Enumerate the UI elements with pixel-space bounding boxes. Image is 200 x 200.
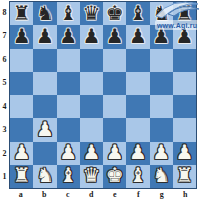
- file-label-c: c: [56, 189, 80, 200]
- square-g2[interactable]: ♟: [150, 142, 173, 165]
- square-f5[interactable]: [126, 72, 149, 95]
- chess-diagram: 87654321 ♜♞♝♛♚♝♞♜♟♟♟♟♟♟♟♟♟♟♟♟♟♟♟♟♜♞♝♛♚♝♞…: [0, 0, 200, 200]
- piece-white-pawn[interactable]: ♟: [59, 142, 77, 162]
- piece-white-bishop[interactable]: ♝: [59, 165, 77, 185]
- square-h4[interactable]: [173, 95, 196, 118]
- square-c8[interactable]: ♝: [57, 2, 80, 25]
- rank-labels: 87654321: [0, 1, 9, 189]
- piece-white-rook[interactable]: ♜: [175, 165, 193, 185]
- square-a7[interactable]: ♟: [10, 25, 33, 48]
- piece-white-bishop[interactable]: ♝: [129, 165, 147, 185]
- piece-black-knight[interactable]: ♞: [152, 3, 170, 23]
- square-g5[interactable]: [150, 72, 173, 95]
- piece-white-pawn[interactable]: ♟: [152, 142, 170, 162]
- square-d8[interactable]: ♛: [80, 2, 103, 25]
- rank-label-4: 4: [0, 95, 9, 119]
- square-g8[interactable]: ♞: [150, 2, 173, 25]
- square-h7[interactable]: ♟: [173, 25, 196, 48]
- piece-white-pawn[interactable]: ♟: [13, 142, 31, 162]
- piece-white-king[interactable]: ♚: [106, 165, 124, 185]
- piece-white-knight[interactable]: ♞: [152, 165, 170, 185]
- square-a2[interactable]: ♟: [10, 142, 33, 165]
- square-e6[interactable]: [103, 49, 126, 72]
- square-e2[interactable]: ♟: [103, 142, 126, 165]
- square-d6[interactable]: [80, 49, 103, 72]
- square-c6[interactable]: [57, 49, 80, 72]
- square-e3[interactable]: [103, 118, 126, 141]
- piece-white-rook[interactable]: ♜: [13, 165, 31, 185]
- square-f8[interactable]: ♝: [126, 2, 149, 25]
- square-e4[interactable]: [103, 95, 126, 118]
- square-b1[interactable]: ♞: [33, 165, 56, 188]
- square-b8[interactable]: ♞: [33, 2, 56, 25]
- square-h5[interactable]: [173, 72, 196, 95]
- rank-label-8: 8: [0, 1, 9, 25]
- square-c2[interactable]: ♟: [57, 142, 80, 165]
- square-b4[interactable]: [33, 95, 56, 118]
- file-label-f: f: [127, 189, 151, 200]
- square-g3[interactable]: [150, 118, 173, 141]
- piece-black-pawn[interactable]: ♟: [13, 26, 31, 46]
- square-b5[interactable]: [33, 72, 56, 95]
- piece-black-queen[interactable]: ♛: [82, 3, 100, 23]
- piece-black-bishop[interactable]: ♝: [59, 3, 77, 23]
- file-label-g: g: [150, 189, 174, 200]
- square-h3[interactable]: [173, 118, 196, 141]
- piece-white-pawn[interactable]: ♟: [175, 142, 193, 162]
- square-h1[interactable]: ♜: [173, 165, 196, 188]
- square-e5[interactable]: [103, 72, 126, 95]
- square-d4[interactable]: [80, 95, 103, 118]
- square-e7[interactable]: ♟: [103, 25, 126, 48]
- square-f4[interactable]: [126, 95, 149, 118]
- piece-black-king[interactable]: ♚: [106, 3, 124, 23]
- square-f2[interactable]: ♟: [126, 142, 149, 165]
- square-b6[interactable]: [33, 49, 56, 72]
- square-a1[interactable]: ♜: [10, 165, 33, 188]
- piece-white-queen[interactable]: ♛: [82, 165, 100, 185]
- piece-black-pawn[interactable]: ♟: [59, 26, 77, 46]
- piece-black-bishop[interactable]: ♝: [129, 3, 147, 23]
- square-b2[interactable]: [33, 142, 56, 165]
- rank-label-6: 6: [0, 48, 9, 72]
- piece-white-pawn[interactable]: ♟: [106, 142, 124, 162]
- square-c4[interactable]: [57, 95, 80, 118]
- square-c5[interactable]: [57, 72, 80, 95]
- square-d1[interactable]: ♛: [80, 165, 103, 188]
- file-labels: abcdefgh: [9, 189, 197, 200]
- file-label-a: a: [9, 189, 33, 200]
- piece-black-pawn[interactable]: ♟: [152, 26, 170, 46]
- piece-black-pawn[interactable]: ♟: [106, 26, 124, 46]
- square-g7[interactable]: ♟: [150, 25, 173, 48]
- square-a6[interactable]: [10, 49, 33, 72]
- rank-label-2: 2: [0, 142, 9, 166]
- square-h2[interactable]: ♟: [173, 142, 196, 165]
- file-label-e: e: [103, 189, 127, 200]
- rank-label-7: 7: [0, 25, 9, 49]
- square-a5[interactable]: [10, 72, 33, 95]
- piece-black-pawn[interactable]: ♟: [82, 26, 100, 46]
- piece-white-pawn[interactable]: ♟: [82, 142, 100, 162]
- square-d3[interactable]: [80, 118, 103, 141]
- square-d2[interactable]: ♟: [80, 142, 103, 165]
- piece-black-rook[interactable]: ♜: [175, 3, 193, 23]
- square-f6[interactable]: [126, 49, 149, 72]
- square-c1[interactable]: ♝: [57, 165, 80, 188]
- piece-black-pawn[interactable]: ♟: [175, 26, 193, 46]
- square-h8[interactable]: ♜: [173, 2, 196, 25]
- square-h6[interactable]: [173, 49, 196, 72]
- square-c3[interactable]: [57, 118, 80, 141]
- piece-black-rook[interactable]: ♜: [13, 3, 31, 23]
- file-label-d: d: [80, 189, 104, 200]
- square-d5[interactable]: [80, 72, 103, 95]
- piece-black-knight[interactable]: ♞: [36, 3, 54, 23]
- square-a3[interactable]: [10, 118, 33, 141]
- rank-label-5: 5: [0, 72, 9, 96]
- square-g4[interactable]: [150, 95, 173, 118]
- square-e8[interactable]: ♚: [103, 2, 126, 25]
- piece-black-pawn[interactable]: ♟: [36, 26, 54, 46]
- file-label-b: b: [33, 189, 57, 200]
- square-f7[interactable]: ♟: [126, 25, 149, 48]
- square-c7[interactable]: ♟: [57, 25, 80, 48]
- chess-board: ♜♞♝♛♚♝♞♜♟♟♟♟♟♟♟♟♟♟♟♟♟♟♟♟♜♞♝♛♚♝♞♜: [9, 1, 197, 189]
- piece-white-pawn[interactable]: ♟: [129, 142, 147, 162]
- square-b3[interactable]: ♟: [33, 118, 56, 141]
- rank-label-3: 3: [0, 119, 9, 143]
- square-a8[interactable]: ♜: [10, 2, 33, 25]
- piece-black-pawn[interactable]: ♟: [129, 26, 147, 46]
- rank-label-1: 1: [0, 166, 9, 190]
- square-f1[interactable]: ♝: [126, 165, 149, 188]
- square-f3[interactable]: [126, 118, 149, 141]
- square-b7[interactable]: ♟: [33, 25, 56, 48]
- square-g6[interactable]: [150, 49, 173, 72]
- square-d7[interactable]: ♟: [80, 25, 103, 48]
- file-label-h: h: [174, 189, 198, 200]
- square-g1[interactable]: ♞: [150, 165, 173, 188]
- piece-white-pawn[interactable]: ♟: [36, 119, 54, 139]
- square-e1[interactable]: ♚: [103, 165, 126, 188]
- piece-white-knight[interactable]: ♞: [36, 165, 54, 185]
- square-a4[interactable]: [10, 95, 33, 118]
